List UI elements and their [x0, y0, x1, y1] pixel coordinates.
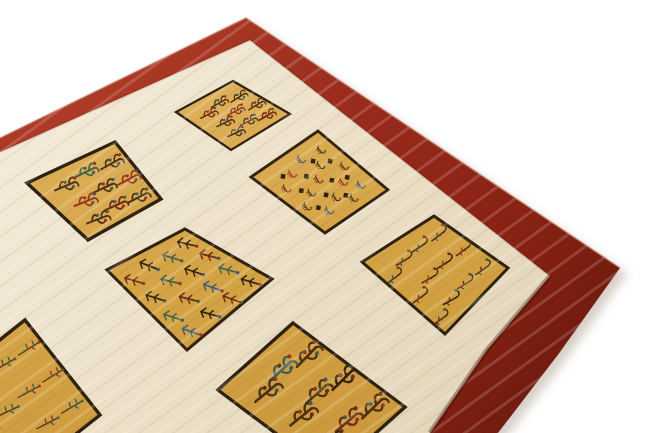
rug-product-photo: [0, 0, 650, 433]
pile-texture-overlay: [0, 18, 620, 433]
rug-scene: [0, 0, 650, 433]
